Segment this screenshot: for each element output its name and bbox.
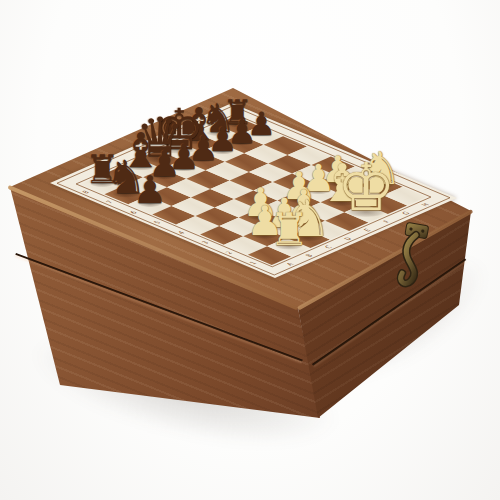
light-king-f1[interactable]: ♚ xyxy=(337,155,396,221)
product-photo-scene: 87654321 ABCDEFGH ♜♝♛♚♝♞♜♞♟♟♟♟♟♟♟♜♞♚♟♟♟♝… xyxy=(0,0,500,500)
light-rook-b1[interactable]: ♜ xyxy=(269,207,309,252)
dark-pawn-a6[interactable]: ♟ xyxy=(133,171,167,209)
